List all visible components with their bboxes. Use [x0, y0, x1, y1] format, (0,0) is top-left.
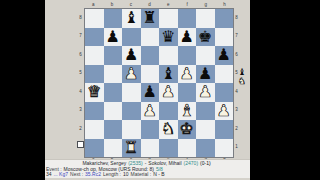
piece-black-queen: ♛	[161, 29, 175, 45]
square-h3: ♟	[215, 102, 234, 121]
piece-white-queen: ♛	[87, 84, 101, 100]
square-d7	[141, 28, 160, 47]
square-g5: ♟	[196, 65, 215, 84]
piece-black-pawn: ♟	[180, 29, 194, 45]
piece-black-bishop: ♝	[124, 10, 138, 26]
piece-white-king: ♚	[180, 121, 194, 137]
piece-black-pawn: ♟	[106, 29, 120, 45]
chessbase-panel: abcdefgh abcdefgh 87654321 87654321 ♝♜♟♛…	[45, 0, 250, 180]
square-g6	[196, 46, 215, 65]
coord-label: 7	[234, 27, 239, 46]
coord-label: 8	[78, 8, 83, 27]
next-label: Next :	[70, 171, 83, 177]
last-move-number: 34	[46, 171, 52, 177]
square-b5	[104, 65, 123, 84]
square-h1	[215, 139, 234, 158]
square-h7	[215, 28, 234, 47]
piece-black-bishop: ♝	[161, 66, 175, 82]
square-d6	[141, 46, 160, 65]
coord-label: e	[159, 2, 178, 7]
square-a7	[85, 28, 104, 47]
square-f5: ♟	[178, 65, 197, 84]
square-a2	[85, 120, 104, 139]
piece-white-pawn: ♟	[124, 66, 138, 82]
square-h4	[215, 83, 234, 102]
square-a1	[85, 139, 104, 158]
square-e2: ♞	[159, 120, 178, 139]
square-c8: ♝	[122, 9, 141, 28]
piece-white-bishop: ♝	[180, 103, 194, 119]
coord-label: g	[197, 2, 216, 7]
material-value: N - B	[153, 171, 164, 177]
square-g3	[196, 102, 215, 121]
piece-black-pawn: ♟	[143, 84, 157, 100]
square-g2	[196, 120, 215, 139]
piece-black-pawn: ♟	[198, 66, 212, 82]
square-b2	[104, 120, 123, 139]
piece-black-king: ♚	[198, 29, 212, 45]
coord-label: 7	[78, 27, 83, 46]
square-d3: ♟	[141, 102, 160, 121]
square-f1	[178, 139, 197, 158]
chess-board: ♝♜♟♛♟♚♟♟♟♝♟♟♛♟♟♟♟♝♟♞♚♜	[84, 8, 234, 158]
square-e3	[159, 102, 178, 121]
coord-label: 2	[234, 119, 239, 138]
moves-line: 34... Kg7Next :35.Rc2Length :10Material …	[46, 172, 249, 177]
square-b1	[104, 139, 123, 158]
square-d5	[141, 65, 160, 84]
square-e7: ♛	[159, 28, 178, 47]
square-c1: ♜	[122, 139, 141, 158]
square-c6: ♟	[122, 46, 141, 65]
square-g1	[196, 139, 215, 158]
square-c7	[122, 28, 141, 47]
file-labels-top: abcdefgh	[84, 2, 234, 7]
next-move: 35.Rc2	[85, 171, 101, 177]
piece-white-pawn: ♟	[198, 84, 212, 100]
last-move: ... Kg7	[54, 171, 68, 177]
square-a3	[85, 102, 104, 121]
square-c5: ♟	[122, 65, 141, 84]
square-g8	[196, 9, 215, 28]
square-f4	[178, 83, 197, 102]
square-h2	[215, 120, 234, 139]
square-e4: ♟	[159, 83, 178, 102]
square-f3: ♝	[178, 102, 197, 121]
square-h6: ♟	[215, 46, 234, 65]
piece-black-rook: ♜	[143, 10, 157, 26]
piece-white-pawn: ♟	[217, 103, 231, 119]
material-imbalance-tray: ♝ ♞	[236, 68, 248, 86]
coord-label: 6	[78, 45, 83, 64]
black-player-elo: (2470)	[184, 160, 198, 166]
coord-label: a	[84, 2, 103, 7]
square-b8	[104, 9, 123, 28]
square-f7: ♟	[178, 28, 197, 47]
coord-label: 1	[234, 138, 239, 157]
white-to-move-indicator	[77, 141, 84, 148]
square-a8	[85, 9, 104, 28]
square-e8	[159, 9, 178, 28]
square-f6	[178, 46, 197, 65]
game-info-panel: Makarichev, Sergey(2535)-Sokolov, Mihail…	[45, 159, 250, 178]
coord-label: 2	[78, 119, 83, 138]
square-b7: ♟	[104, 28, 123, 47]
piece-black-pawn: ♟	[217, 47, 231, 63]
coord-label: 3	[78, 101, 83, 120]
piece-white-pawn: ♟	[143, 103, 157, 119]
square-f8	[178, 9, 197, 28]
coord-label: 8	[234, 8, 239, 27]
coord-label: f	[178, 2, 197, 7]
piece-white-knight: ♞	[161, 121, 175, 137]
square-b3	[104, 102, 123, 121]
square-g4: ♟	[196, 83, 215, 102]
coord-label: c	[122, 2, 141, 7]
square-c3	[122, 102, 141, 121]
square-c2	[122, 120, 141, 139]
video-frame: abcdefgh abcdefgh 87654321 87654321 ♝♜♟♛…	[0, 0, 320, 180]
square-c4	[122, 83, 141, 102]
piece-black-pawn: ♟	[124, 47, 138, 63]
piece-white-rook: ♜	[124, 140, 138, 156]
square-b4	[104, 83, 123, 102]
coord-label: h	[215, 2, 234, 7]
square-a4: ♛	[85, 83, 104, 102]
material-label: Material :	[131, 171, 152, 177]
piece-white-pawn: ♟	[180, 66, 194, 82]
square-f2: ♚	[178, 120, 197, 139]
square-b6	[104, 46, 123, 65]
length-label: Length :	[103, 171, 121, 177]
square-e5: ♝	[159, 65, 178, 84]
square-e6	[159, 46, 178, 65]
square-d4: ♟	[141, 83, 160, 102]
square-d1	[141, 139, 160, 158]
coord-label: d	[140, 2, 159, 7]
game-result: (0-1)	[200, 160, 211, 166]
square-a6	[85, 46, 104, 65]
coord-label: 4	[78, 82, 83, 101]
length-value: 10	[123, 171, 129, 177]
square-e1	[159, 139, 178, 158]
piece-white-pawn: ♟	[161, 84, 175, 100]
square-g7: ♚	[196, 28, 215, 47]
square-h8	[215, 9, 234, 28]
white-knight-icon: ♞	[238, 77, 246, 86]
coord-label: 6	[234, 45, 239, 64]
coord-label: 5	[78, 64, 83, 83]
coord-label: b	[103, 2, 122, 7]
square-d2	[141, 120, 160, 139]
coord-label: 3	[234, 101, 239, 120]
square-a5	[85, 65, 104, 84]
rank-labels-left: 87654321	[78, 8, 83, 156]
square-h5	[215, 65, 234, 84]
square-d8: ♜	[141, 9, 160, 28]
